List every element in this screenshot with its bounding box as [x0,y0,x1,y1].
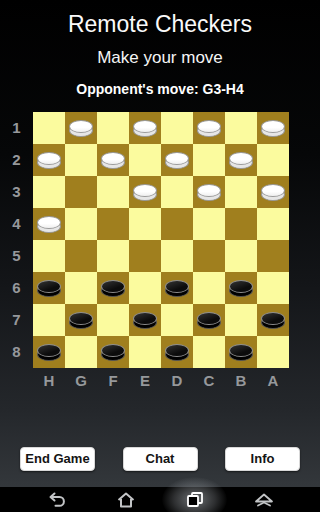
row-label-7: 7 [0,304,33,336]
board-square-D6[interactable] [161,272,193,304]
piece-top [37,344,61,357]
board-square-H2[interactable] [33,144,65,176]
board-square-B6[interactable] [225,272,257,304]
board-square-C3[interactable] [193,176,225,208]
black-piece-A7[interactable] [261,312,285,329]
board-square-F7[interactable] [97,304,129,336]
board-square-A3[interactable] [257,176,289,208]
board-square-B8[interactable] [225,336,257,368]
board-square-D3[interactable] [161,176,193,208]
board-square-C6[interactable] [193,272,225,304]
hide-navbar-icon [253,492,275,508]
piece-top [261,184,285,197]
board-square-F6[interactable] [97,272,129,304]
board-square-E1[interactable] [129,112,161,144]
board-square-H3[interactable] [33,176,65,208]
board-square-G8[interactable] [65,336,97,368]
row-label-3: 3 [0,176,33,208]
board-square-D8[interactable] [161,336,193,368]
black-piece-F8[interactable] [101,344,125,361]
row-label-6: 6 [0,272,33,304]
white-piece-F2[interactable] [101,152,125,169]
piece-top [229,152,253,165]
piece-top [229,280,253,293]
col-label-G: G [65,371,97,391]
board-square-B4[interactable] [225,208,257,240]
white-piece-D2[interactable] [165,152,189,169]
black-piece-H8[interactable] [37,344,61,361]
piece-top [165,280,189,293]
board-square-F3[interactable] [97,176,129,208]
hide-navbar-button[interactable] [252,491,276,509]
board-square-E5[interactable] [129,240,161,272]
piece-top [133,120,157,133]
board-square-F4[interactable] [97,208,129,240]
white-piece-H2[interactable] [37,152,61,169]
app-title: Remote Checkers [0,10,320,38]
piece-top [69,120,93,133]
piece-top [37,152,61,165]
col-label-B: B [225,371,257,391]
white-piece-H4[interactable] [37,216,61,233]
board-square-G4[interactable] [65,208,97,240]
board-square-A2[interactable] [257,144,289,176]
board-square-G2[interactable] [65,144,97,176]
board-square-F2[interactable] [97,144,129,176]
piece-top [101,280,125,293]
recents-icon [185,490,205,509]
board-square-C4[interactable] [193,208,225,240]
info-button[interactable]: Info [225,447,300,471]
board-square-B1[interactable] [225,112,257,144]
board-square-E6[interactable] [129,272,161,304]
board-square-D4[interactable] [161,208,193,240]
android-navigation-bar [0,487,320,512]
back-icon [47,490,67,509]
board-square-H6[interactable] [33,272,65,304]
piece-top [133,184,157,197]
board-square-A4[interactable] [257,208,289,240]
board-square-E4[interactable] [129,208,161,240]
board-square-H4[interactable] [33,208,65,240]
piece-top [133,312,157,325]
board-square-H5[interactable] [33,240,65,272]
back-button[interactable] [45,491,69,509]
board-square-G6[interactable] [65,272,97,304]
board-square-E8[interactable] [129,336,161,368]
home-icon [116,491,136,509]
piece-top [37,216,61,229]
board-square-B2[interactable] [225,144,257,176]
row-label-8: 8 [0,336,33,368]
column-labels: HGFEDCBA [33,371,289,391]
black-piece-E7[interactable] [133,312,157,329]
white-piece-B2[interactable] [229,152,253,169]
action-button-bar: End GameChatInfo [20,447,300,471]
piece-top [165,344,189,357]
black-piece-D6[interactable] [165,280,189,297]
col-label-D: D [161,371,193,391]
board-square-F5[interactable] [97,240,129,272]
piece-top [197,120,221,133]
board-square-G1[interactable] [65,112,97,144]
row-labels: 12345678 [0,112,33,368]
piece-top [69,312,93,325]
white-piece-E3[interactable] [133,184,157,201]
recents-button[interactable] [183,491,207,509]
board-square-H1[interactable] [33,112,65,144]
black-piece-C7[interactable] [197,312,221,329]
board-square-F1[interactable] [97,112,129,144]
remote-checkers-screen: Remote Checkers Make your move Opponent'… [0,0,320,512]
black-piece-F6[interactable] [101,280,125,297]
white-piece-G1[interactable] [69,120,93,137]
col-label-C: C [193,371,225,391]
black-piece-D8[interactable] [165,344,189,361]
board-square-E2[interactable] [129,144,161,176]
board-square-C8[interactable] [193,336,225,368]
piece-top [261,312,285,325]
board-square-D1[interactable] [161,112,193,144]
board-square-G3[interactable] [65,176,97,208]
board-square-H8[interactable] [33,336,65,368]
piece-top [229,344,253,357]
board-square-D2[interactable] [161,144,193,176]
opponent-move-status: Opponent's move: G3-H4 [0,80,320,98]
board-square-E3[interactable] [129,176,161,208]
row-label-1: 1 [0,112,33,144]
white-piece-E1[interactable] [133,120,157,137]
col-label-A: A [257,371,289,391]
piece-top [101,152,125,165]
board-square-A1[interactable] [257,112,289,144]
col-label-H: H [33,371,65,391]
board-square-A5[interactable] [257,240,289,272]
board-square-C5[interactable] [193,240,225,272]
board-square-A8[interactable] [257,336,289,368]
col-label-E: E [129,371,161,391]
piece-top [197,184,221,197]
row-label-5: 5 [0,240,33,272]
checkers-board [33,112,289,368]
board-square-B5[interactable] [225,240,257,272]
board-square-B7[interactable] [225,304,257,336]
piece-top [261,120,285,133]
black-piece-B8[interactable] [229,344,253,361]
board-square-C1[interactable] [193,112,225,144]
board-square-F8[interactable] [97,336,129,368]
col-label-F: F [97,371,129,391]
white-piece-A1[interactable] [261,120,285,137]
chat-button[interactable]: Chat [123,447,198,471]
white-piece-A3[interactable] [261,184,285,201]
board-square-H7[interactable] [33,304,65,336]
home-button[interactable] [114,491,138,509]
board-square-E7[interactable] [129,304,161,336]
row-label-2: 2 [0,144,33,176]
piece-top [101,344,125,357]
board-square-D5[interactable] [161,240,193,272]
board-square-B3[interactable] [225,176,257,208]
board-square-A7[interactable] [257,304,289,336]
piece-top [197,312,221,325]
black-piece-H6[interactable] [37,280,61,297]
board-square-C7[interactable] [193,304,225,336]
end-game-button[interactable]: End Game [20,447,95,471]
turn-prompt: Make your move [0,47,320,68]
white-piece-C3[interactable] [197,184,221,201]
board-square-G5[interactable] [65,240,97,272]
white-piece-C1[interactable] [197,120,221,137]
board-square-C2[interactable] [193,144,225,176]
black-piece-G7[interactable] [69,312,93,329]
black-piece-B6[interactable] [229,280,253,297]
board-square-A6[interactable] [257,272,289,304]
piece-top [37,280,61,293]
board-square-G7[interactable] [65,304,97,336]
piece-top [165,152,189,165]
board-square-D7[interactable] [161,304,193,336]
row-label-4: 4 [0,208,33,240]
